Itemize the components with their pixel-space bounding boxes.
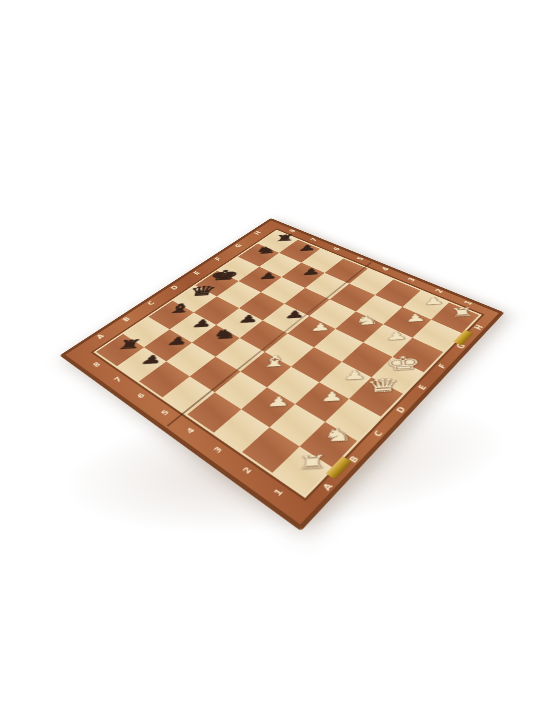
rank-label-left-6: 6 [129, 387, 152, 404]
rank-label-right-4: 4 [377, 263, 394, 274]
rank-label-right-6: 6 [329, 244, 346, 254]
board-tilt-wrapper: ♜♝♛♚♞♜♟♟♟♟♟♞♟♟♟♝♟♟♞♟♟♟♟♟♜♞♛♚♜ AA11BB22CC… [267, 177, 297, 492]
file-label-top-D: D [165, 282, 184, 294]
file-label-top-E: E [188, 267, 206, 278]
rank-label-left-2: 2 [235, 460, 260, 481]
rank-label-left-4: 4 [179, 421, 203, 440]
rank-label-left-8: 8 [86, 357, 108, 372]
file-label-top-G: G [230, 241, 247, 251]
rank-label-right-5: 5 [352, 253, 369, 264]
rank-label-left-3: 3 [206, 440, 230, 460]
file-label-bottom-H: H [470, 320, 489, 334]
product-photo-stage: ♜♝♛♚♞♜♟♟♟♟♟♞♟♟♟♝♟♟♞♟♟♟♟♟♜♞♛♚♜ AA11BB22CC… [0, 0, 540, 720]
file-label-bottom-F: F [433, 358, 453, 374]
rank-label-left-1: 1 [266, 481, 292, 504]
rank-label-left-7: 7 [107, 372, 130, 388]
file-label-top-C: C [142, 297, 162, 309]
file-label-top-A: A [90, 330, 111, 344]
file-label-top-H: H [250, 228, 266, 238]
rank-label-right-3: 3 [403, 274, 420, 286]
file-label-top-B: B [116, 313, 136, 326]
file-label-bottom-E: E [412, 379, 433, 396]
file-label-top-F: F [210, 254, 228, 265]
